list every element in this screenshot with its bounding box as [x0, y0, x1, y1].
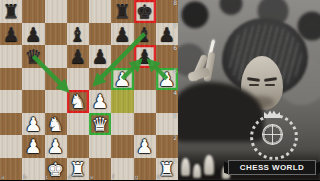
foreground-chess-piece — [204, 155, 214, 175]
black-rook: ♜ — [0, 0, 22, 23]
rank-label: 4 — [173, 90, 177, 96]
board-square[interactable]: ♟ — [22, 23, 44, 46]
board-square[interactable] — [134, 68, 156, 91]
chess-world-logo: CHESS WORLD — [228, 112, 316, 175]
board-square[interactable]: 1h♜ — [156, 158, 178, 181]
white-pawn: ♟ — [89, 90, 111, 113]
black-pawn: ♟ — [156, 23, 178, 46]
file-label: h — [157, 174, 161, 180]
board-square[interactable]: ♟ — [89, 45, 111, 68]
foreground-chess-piece — [193, 164, 201, 178]
board-square[interactable]: ♟ — [111, 23, 133, 46]
board-square[interactable] — [89, 0, 111, 23]
white-pawn: ♟ — [45, 135, 67, 158]
board-square[interactable]: 2 — [156, 135, 178, 158]
board-square[interactable]: c♚ — [45, 158, 67, 181]
rank-label: 5 — [173, 68, 177, 74]
board-square[interactable] — [134, 90, 156, 113]
player-hand — [180, 44, 232, 102]
laurel-wreath-icon — [248, 112, 296, 158]
black-bishop: ♝ — [67, 23, 89, 46]
board-square[interactable] — [111, 113, 133, 136]
board-square[interactable] — [22, 90, 44, 113]
board-square[interactable] — [67, 113, 89, 136]
board-square[interactable]: f — [111, 158, 133, 181]
file-label: d — [68, 174, 72, 180]
board-square[interactable]: 8 — [156, 0, 178, 23]
board-square[interactable]: ♟ — [134, 45, 156, 68]
white-pawn: ♟ — [156, 68, 178, 91]
board-square[interactable]: 3 — [156, 113, 178, 136]
board-square[interactable] — [0, 45, 22, 68]
board-square[interactable] — [89, 68, 111, 91]
rank-label: 3 — [173, 113, 177, 119]
board-square[interactable]: ♟ — [89, 90, 111, 113]
board-square[interactable]: ♟ — [134, 135, 156, 158]
board-square[interactable]: d♜ — [67, 158, 89, 181]
board-square[interactable] — [45, 45, 67, 68]
black-queen: ♛ — [22, 45, 44, 68]
rank-label: 6 — [173, 45, 177, 51]
black-pawn: ♟ — [0, 23, 22, 46]
board-square[interactable]: ♟ — [22, 113, 44, 136]
board-square[interactable]: ♜ — [111, 0, 133, 23]
file-label: a — [1, 174, 5, 180]
board-square[interactable] — [67, 0, 89, 23]
board-square[interactable]: b — [22, 158, 44, 181]
globe-icon — [262, 124, 283, 145]
file-label: b — [23, 174, 27, 180]
board-square[interactable]: g — [134, 158, 156, 181]
board-square[interactable] — [67, 68, 89, 91]
board-square[interactable] — [111, 90, 133, 113]
white-pawn: ♟ — [22, 113, 44, 136]
board-square[interactable]: ♛ — [89, 113, 111, 136]
board-square[interactable] — [45, 0, 67, 23]
board-square[interactable] — [89, 23, 111, 46]
board-square[interactable] — [22, 0, 44, 23]
board-square[interactable]: ♛ — [22, 45, 44, 68]
black-pawn: ♟ — [22, 23, 44, 46]
board-square[interactable] — [67, 135, 89, 158]
board-square[interactable]: a — [0, 158, 22, 181]
white-knight: ♞ — [45, 113, 67, 136]
board-square[interactable] — [45, 68, 67, 91]
white-knight: ♞ — [67, 90, 89, 113]
rank-label: 7 — [173, 23, 177, 29]
black-rook: ♜ — [111, 0, 133, 23]
board-square[interactable]: 6 — [156, 45, 178, 68]
board-square[interactable]: 4 — [156, 90, 178, 113]
file-label: e — [90, 174, 94, 180]
board-square[interactable] — [45, 23, 67, 46]
white-rook: ♜ — [156, 158, 178, 181]
white-pawn: ♟ — [111, 68, 133, 91]
white-queen: ♛ — [89, 113, 111, 136]
board-square[interactable]: ♟ — [0, 23, 22, 46]
black-king: ♚ — [134, 0, 156, 23]
board-square[interactable] — [0, 90, 22, 113]
board-square[interactable] — [134, 113, 156, 136]
board-square[interactable] — [111, 135, 133, 158]
black-bishop: ♝ — [134, 23, 156, 46]
board-square[interactable]: ♝ — [134, 23, 156, 46]
board-square[interactable]: ♞ — [45, 113, 67, 136]
chess-board: ♜♜♚8♟♟♝♟♝7♟♛♟♟♟6♟5♟♞♟4♟♞♛3♟♟♟2abc♚d♜efg1… — [0, 0, 178, 180]
white-pawn: ♟ — [134, 135, 156, 158]
board-square[interactable]: ♟ — [22, 135, 44, 158]
board-square[interactable]: ♞ — [67, 90, 89, 113]
board-square[interactable] — [0, 113, 22, 136]
logo-banner: CHESS WORLD — [228, 160, 316, 175]
board-square[interactable]: ♟ — [111, 68, 133, 91]
board-square[interactable] — [45, 90, 67, 113]
board-square[interactable] — [89, 135, 111, 158]
player-photo: CHESS WORLD — [178, 0, 320, 180]
board-square[interactable]: 7♟ — [156, 23, 178, 46]
black-pawn: ♟ — [67, 45, 89, 68]
board-square[interactable] — [0, 68, 22, 91]
rank-label: 8 — [173, 0, 177, 6]
board-square[interactable]: ♟ — [67, 45, 89, 68]
board-square[interactable]: ♚ — [134, 0, 156, 23]
board-square[interactable]: ♝ — [67, 23, 89, 46]
board-square[interactable] — [22, 68, 44, 91]
board-square[interactable] — [0, 135, 22, 158]
board-square[interactable]: ♟ — [45, 135, 67, 158]
thumbnail: ♜♜♚8♟♟♝♟♝7♟♛♟♟♟6♟5♟♞♟4♟♞♛3♟♟♟2abc♚d♜efg1… — [0, 0, 320, 180]
black-pawn: ♟ — [134, 45, 156, 68]
file-label: g — [135, 174, 139, 180]
black-pawn: ♟ — [111, 23, 133, 46]
file-label: c — [46, 174, 49, 180]
board-square[interactable] — [111, 45, 133, 68]
foreground-chess-piece — [181, 158, 190, 176]
white-rook: ♜ — [67, 158, 89, 181]
file-label: f — [112, 174, 114, 180]
board-square[interactable]: e — [89, 158, 111, 181]
board-square[interactable]: ♜ — [0, 0, 22, 23]
rank-label: 1 — [173, 158, 177, 164]
black-pawn: ♟ — [89, 45, 111, 68]
crown-icon — [264, 110, 280, 118]
white-pawn: ♟ — [22, 135, 44, 158]
rank-label: 2 — [173, 135, 177, 141]
white-king: ♚ — [45, 158, 67, 181]
board-square[interactable]: 5♟ — [156, 68, 178, 91]
